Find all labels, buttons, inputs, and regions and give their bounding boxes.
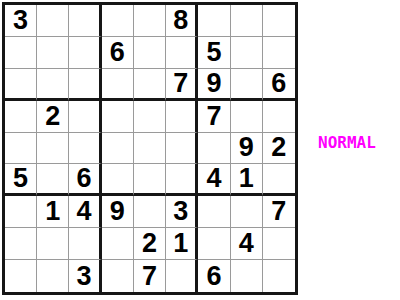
cell-r9c2[interactable] <box>37 260 69 292</box>
cell-r5c1[interactable] <box>5 133 37 165</box>
cell-r2c1[interactable] <box>5 37 37 69</box>
cell-r3c2[interactable] <box>37 69 69 101</box>
cell-r1c8[interactable] <box>231 5 263 37</box>
cell-r3c8[interactable] <box>231 69 263 101</box>
cell-r3c3[interactable] <box>69 69 101 101</box>
cell-r8c2[interactable] <box>37 228 69 260</box>
cell-r4c1[interactable] <box>5 101 37 133</box>
sudoku-page: 38657962792564114937214376 NORMAL <box>0 0 400 300</box>
cell-r8c7[interactable] <box>198 228 230 260</box>
cell-r8c3[interactable] <box>69 228 101 260</box>
cell-r1c5[interactable] <box>134 5 166 37</box>
cell-r2c7[interactable]: 5 <box>198 37 230 69</box>
cell-r9c8[interactable] <box>231 260 263 292</box>
cell-r3c4[interactable] <box>102 69 134 101</box>
cell-r7c4[interactable]: 9 <box>102 196 134 228</box>
cell-r9c7[interactable]: 6 <box>198 260 230 292</box>
cell-r8c8[interactable]: 4 <box>231 228 263 260</box>
cell-r8c5[interactable]: 2 <box>134 228 166 260</box>
cell-r3c7[interactable]: 9 <box>198 69 230 101</box>
cell-r6c5[interactable] <box>134 164 166 196</box>
cell-r5c3[interactable] <box>69 133 101 165</box>
cell-r5c9[interactable]: 2 <box>263 133 295 165</box>
cell-r1c1[interactable]: 3 <box>5 5 37 37</box>
cell-r7c8[interactable] <box>231 196 263 228</box>
cell-r5c2[interactable] <box>37 133 69 165</box>
cell-r7c3[interactable]: 4 <box>69 196 101 228</box>
cell-r1c6[interactable]: 8 <box>166 5 198 37</box>
cell-r9c9[interactable] <box>263 260 295 292</box>
cell-r9c3[interactable]: 3 <box>69 260 101 292</box>
cell-r8c9[interactable] <box>263 228 295 260</box>
cell-r7c1[interactable] <box>5 196 37 228</box>
cell-r8c1[interactable] <box>5 228 37 260</box>
cell-r7c6[interactable]: 3 <box>166 196 198 228</box>
cell-r5c6[interactable] <box>166 133 198 165</box>
cell-r9c1[interactable] <box>5 260 37 292</box>
cell-r3c1[interactable] <box>5 69 37 101</box>
cell-r2c8[interactable] <box>231 37 263 69</box>
cell-r4c6[interactable] <box>166 101 198 133</box>
cell-r6c7[interactable]: 4 <box>198 164 230 196</box>
cell-r6c8[interactable]: 1 <box>231 164 263 196</box>
cell-r6c6[interactable] <box>166 164 198 196</box>
cell-r7c5[interactable] <box>134 196 166 228</box>
cell-r4c5[interactable] <box>134 101 166 133</box>
cell-r2c4[interactable]: 6 <box>102 37 134 69</box>
cell-r8c6[interactable]: 1 <box>166 228 198 260</box>
cell-r6c1[interactable]: 5 <box>5 164 37 196</box>
difficulty-label: NORMAL <box>318 135 376 151</box>
sudoku-board: 38657962792564114937214376 <box>2 2 298 295</box>
cell-r7c7[interactable] <box>198 196 230 228</box>
cell-r3c5[interactable] <box>134 69 166 101</box>
cell-r2c9[interactable] <box>263 37 295 69</box>
cell-r6c4[interactable] <box>102 164 134 196</box>
cell-r1c9[interactable] <box>263 5 295 37</box>
cell-r2c3[interactable] <box>69 37 101 69</box>
cell-r4c3[interactable] <box>69 101 101 133</box>
cell-r9c6[interactable] <box>166 260 198 292</box>
cell-r2c6[interactable] <box>166 37 198 69</box>
cell-r1c2[interactable] <box>37 5 69 37</box>
cell-r5c4[interactable] <box>102 133 134 165</box>
cell-r5c8[interactable]: 9 <box>231 133 263 165</box>
cell-r3c6[interactable]: 7 <box>166 69 198 101</box>
cell-r9c5[interactable]: 7 <box>134 260 166 292</box>
cell-r7c9[interactable]: 7 <box>263 196 295 228</box>
cell-r1c7[interactable] <box>198 5 230 37</box>
cell-r1c4[interactable] <box>102 5 134 37</box>
cell-r5c7[interactable] <box>198 133 230 165</box>
cell-r6c2[interactable] <box>37 164 69 196</box>
cell-r5c5[interactable] <box>134 133 166 165</box>
cell-r2c5[interactable] <box>134 37 166 69</box>
cell-r4c7[interactable]: 7 <box>198 101 230 133</box>
cell-r8c4[interactable] <box>102 228 134 260</box>
cell-r9c4[interactable] <box>102 260 134 292</box>
cell-r1c3[interactable] <box>69 5 101 37</box>
cell-r4c9[interactable] <box>263 101 295 133</box>
cell-r6c9[interactable] <box>263 164 295 196</box>
cell-r3c9[interactable]: 6 <box>263 69 295 101</box>
cell-r4c2[interactable]: 2 <box>37 101 69 133</box>
cell-r4c8[interactable] <box>231 101 263 133</box>
cell-r4c4[interactable] <box>102 101 134 133</box>
cell-r6c3[interactable]: 6 <box>69 164 101 196</box>
cell-r7c2[interactable]: 1 <box>37 196 69 228</box>
cell-r2c2[interactable] <box>37 37 69 69</box>
